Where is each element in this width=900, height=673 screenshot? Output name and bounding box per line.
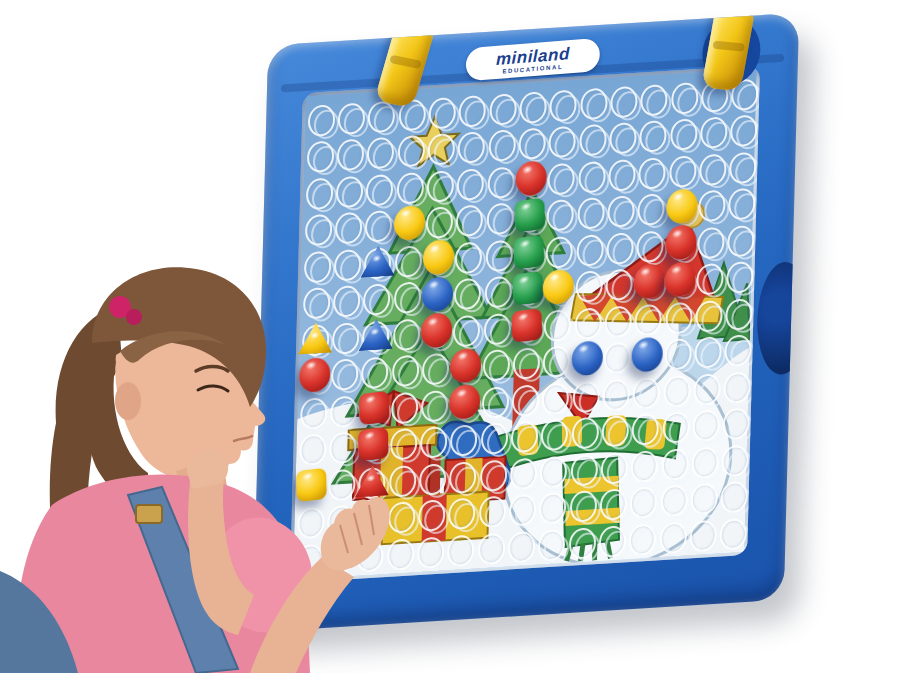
peg-hole[interactable] <box>421 390 449 423</box>
peg-hole[interactable] <box>447 534 475 567</box>
peg-hole[interactable] <box>544 309 572 342</box>
peg-hole[interactable] <box>599 525 627 558</box>
peg-hole[interactable] <box>578 161 606 194</box>
peg-hole[interactable] <box>539 492 567 525</box>
miniland-logo: miniland EDUCATIONAL <box>466 38 600 82</box>
peg-hole[interactable] <box>458 131 486 164</box>
peg-hole[interactable] <box>669 155 697 188</box>
peg-hole[interactable] <box>540 455 568 488</box>
peg-hole[interactable] <box>724 334 752 367</box>
peg-hole[interactable] <box>304 214 332 247</box>
peg-hole[interactable] <box>630 487 658 520</box>
child-scrunchie2 <box>126 309 142 325</box>
peg-hole[interactable] <box>477 532 505 565</box>
peg-hole[interactable] <box>693 373 721 406</box>
photo-scene: miniland EDUCATIONAL <box>0 0 900 673</box>
peg-hole[interactable] <box>513 347 541 380</box>
peg-hole[interactable] <box>487 166 515 199</box>
peg-hole[interactable] <box>457 168 485 201</box>
peg-hole[interactable] <box>543 346 571 379</box>
peg-hole[interactable] <box>484 276 512 309</box>
peg-hole[interactable] <box>607 195 635 228</box>
peg-hole[interactable] <box>662 411 690 444</box>
peg-hole[interactable] <box>393 282 421 315</box>
peg-hole[interactable] <box>700 117 728 150</box>
peg-hole[interactable] <box>728 188 756 221</box>
peg-hole[interactable] <box>394 245 422 278</box>
child-left-hand <box>321 497 390 571</box>
peg-hole[interactable] <box>605 269 633 302</box>
peg-hole[interactable] <box>427 133 455 166</box>
peg-hole[interactable] <box>722 444 750 477</box>
peg-hole[interactable] <box>367 137 395 170</box>
peg-hole[interactable] <box>483 313 511 346</box>
peg-hole[interactable] <box>572 380 600 413</box>
peg-hole[interactable] <box>599 488 627 521</box>
peg-hole[interactable] <box>547 199 575 232</box>
peg-hole[interactable] <box>486 203 514 236</box>
peg-hole[interactable] <box>335 212 363 245</box>
peg-hole[interactable] <box>638 157 666 190</box>
child <box>0 243 392 673</box>
peg-hole[interactable] <box>366 174 394 207</box>
peg-hole[interactable] <box>548 162 576 195</box>
peg-hole[interactable] <box>664 338 692 371</box>
peg-hole[interactable] <box>546 236 574 269</box>
peg-hole[interactable] <box>576 234 604 267</box>
peg-hole[interactable] <box>512 384 540 417</box>
peg-hole[interactable] <box>579 124 607 157</box>
peg-hole[interactable] <box>306 141 334 174</box>
peg-hole[interactable] <box>480 423 508 456</box>
peg-hole[interactable] <box>575 270 603 303</box>
peg-hole[interactable] <box>455 241 483 274</box>
peg-hole[interactable] <box>699 153 727 186</box>
peg-hole[interactable] <box>541 419 569 452</box>
peg-hole[interactable] <box>694 336 722 369</box>
peg-hole[interactable] <box>426 170 454 203</box>
peg-hole[interactable] <box>511 421 539 454</box>
peg-hole[interactable] <box>602 378 630 411</box>
peg-hole[interactable] <box>671 82 699 115</box>
peg-hole[interactable] <box>637 194 665 227</box>
peg-hole[interactable] <box>478 496 506 529</box>
peg-hole[interactable] <box>338 102 366 135</box>
peg-hole[interactable] <box>454 278 482 311</box>
peg-green-square[interactable] <box>515 198 546 232</box>
side-knob[interactable] <box>756 261 799 377</box>
peg-hole[interactable] <box>568 527 596 560</box>
peg-hole[interactable] <box>723 371 751 404</box>
peg-hole[interactable] <box>419 463 447 496</box>
peg-hole[interactable] <box>730 115 758 148</box>
peg-hole[interactable] <box>392 318 420 351</box>
peg-hole[interactable] <box>720 518 748 551</box>
peg-hole[interactable] <box>665 302 693 335</box>
peg-hole[interactable] <box>689 519 717 552</box>
peg-hole[interactable] <box>600 452 628 485</box>
peg-hole[interactable] <box>391 355 419 388</box>
child-ear <box>115 382 141 420</box>
peg-hole[interactable] <box>635 303 663 336</box>
peg-hole[interactable] <box>601 415 629 448</box>
peg-hole[interactable] <box>571 417 599 450</box>
peg-hole[interactable] <box>509 494 537 527</box>
peg-hole[interactable] <box>698 190 726 223</box>
peg-hole[interactable] <box>659 521 687 554</box>
peg-hole[interactable] <box>663 375 691 408</box>
peg-green-square[interactable] <box>513 271 544 305</box>
peg-hole[interactable] <box>518 128 546 161</box>
peg-hole[interactable] <box>448 498 476 531</box>
peg-hole[interactable] <box>549 126 577 159</box>
peg-hole[interactable] <box>690 483 718 516</box>
peg-hole[interactable] <box>606 232 634 265</box>
peg-hole[interactable] <box>479 459 507 492</box>
peg-hole[interactable] <box>695 300 723 333</box>
peg-hole[interactable] <box>390 391 418 424</box>
peg-hole[interactable] <box>305 177 333 210</box>
peg-hole[interactable] <box>608 159 636 192</box>
peg-hole[interactable] <box>426 206 454 239</box>
peg-hole[interactable] <box>640 84 668 117</box>
peg-hole[interactable] <box>729 151 757 184</box>
peg-hole[interactable] <box>633 377 661 410</box>
peg-hole[interactable] <box>722 408 750 441</box>
peg-hole[interactable] <box>574 307 602 340</box>
peg-hole[interactable] <box>603 342 631 375</box>
child-strap-buckle <box>136 505 162 523</box>
peg-hole[interactable] <box>670 118 698 151</box>
peg-hole[interactable] <box>549 89 577 122</box>
peg-hole[interactable] <box>725 298 753 331</box>
peg-hole[interactable] <box>577 197 605 230</box>
peg-hole[interactable] <box>636 230 664 263</box>
peg-hole[interactable] <box>610 85 638 118</box>
peg-hole[interactable] <box>418 499 446 532</box>
peg-hole[interactable] <box>389 428 417 461</box>
peg-hole[interactable] <box>417 536 445 569</box>
peg-red-square[interactable] <box>512 308 543 342</box>
peg-hole[interactable] <box>422 353 450 386</box>
peg-hole[interactable] <box>580 87 608 120</box>
peg-hole[interactable] <box>604 305 632 338</box>
peg-hole[interactable] <box>691 446 719 479</box>
peg-hole[interactable] <box>336 175 364 208</box>
peg-hole[interactable] <box>569 490 597 523</box>
peg-hole[interactable] <box>692 410 720 443</box>
peg-hole[interactable] <box>337 139 365 172</box>
peg-hole[interactable] <box>453 315 481 348</box>
peg-hole[interactable] <box>696 263 724 296</box>
peg-hole[interactable] <box>449 461 477 494</box>
peg-hole[interactable] <box>481 386 509 419</box>
peg-hole[interactable] <box>489 93 517 126</box>
peg-hole[interactable] <box>488 130 516 163</box>
peg-hole[interactable] <box>660 485 688 518</box>
peg-hole[interactable] <box>420 426 448 459</box>
peg-hole[interactable] <box>365 210 393 243</box>
peg-hole[interactable] <box>508 531 536 564</box>
peg-hole[interactable] <box>632 413 660 446</box>
peg-hole[interactable] <box>727 225 755 258</box>
peg-hole[interactable] <box>639 120 667 153</box>
peg-hole[interactable] <box>609 122 637 155</box>
peg-hole[interactable] <box>307 104 335 137</box>
peg-hole[interactable] <box>542 382 570 415</box>
peg-hole[interactable] <box>519 91 547 124</box>
peg-hole[interactable] <box>661 448 689 481</box>
peg-hole[interactable] <box>396 172 424 205</box>
peg-hole[interactable] <box>428 97 456 130</box>
peg-hole[interactable] <box>368 100 396 133</box>
peg-hole[interactable] <box>538 529 566 562</box>
peg-hole[interactable] <box>456 205 484 238</box>
peg-hole[interactable] <box>450 424 478 457</box>
peg-hole[interactable] <box>631 450 659 483</box>
peg-hole[interactable] <box>697 226 725 259</box>
peg-hole[interactable] <box>510 457 538 490</box>
peg-hole[interactable] <box>389 465 417 498</box>
peg-hole[interactable] <box>459 95 487 128</box>
peg-hole[interactable] <box>721 481 749 514</box>
peg-hole[interactable] <box>570 454 598 487</box>
peg-hole[interactable] <box>726 261 754 294</box>
peg-green-square[interactable] <box>514 235 545 269</box>
peg-hole[interactable] <box>482 349 510 382</box>
peg-hole[interactable] <box>485 239 513 272</box>
peg-hole[interactable] <box>397 135 425 168</box>
peg-hole[interactable] <box>629 523 657 556</box>
